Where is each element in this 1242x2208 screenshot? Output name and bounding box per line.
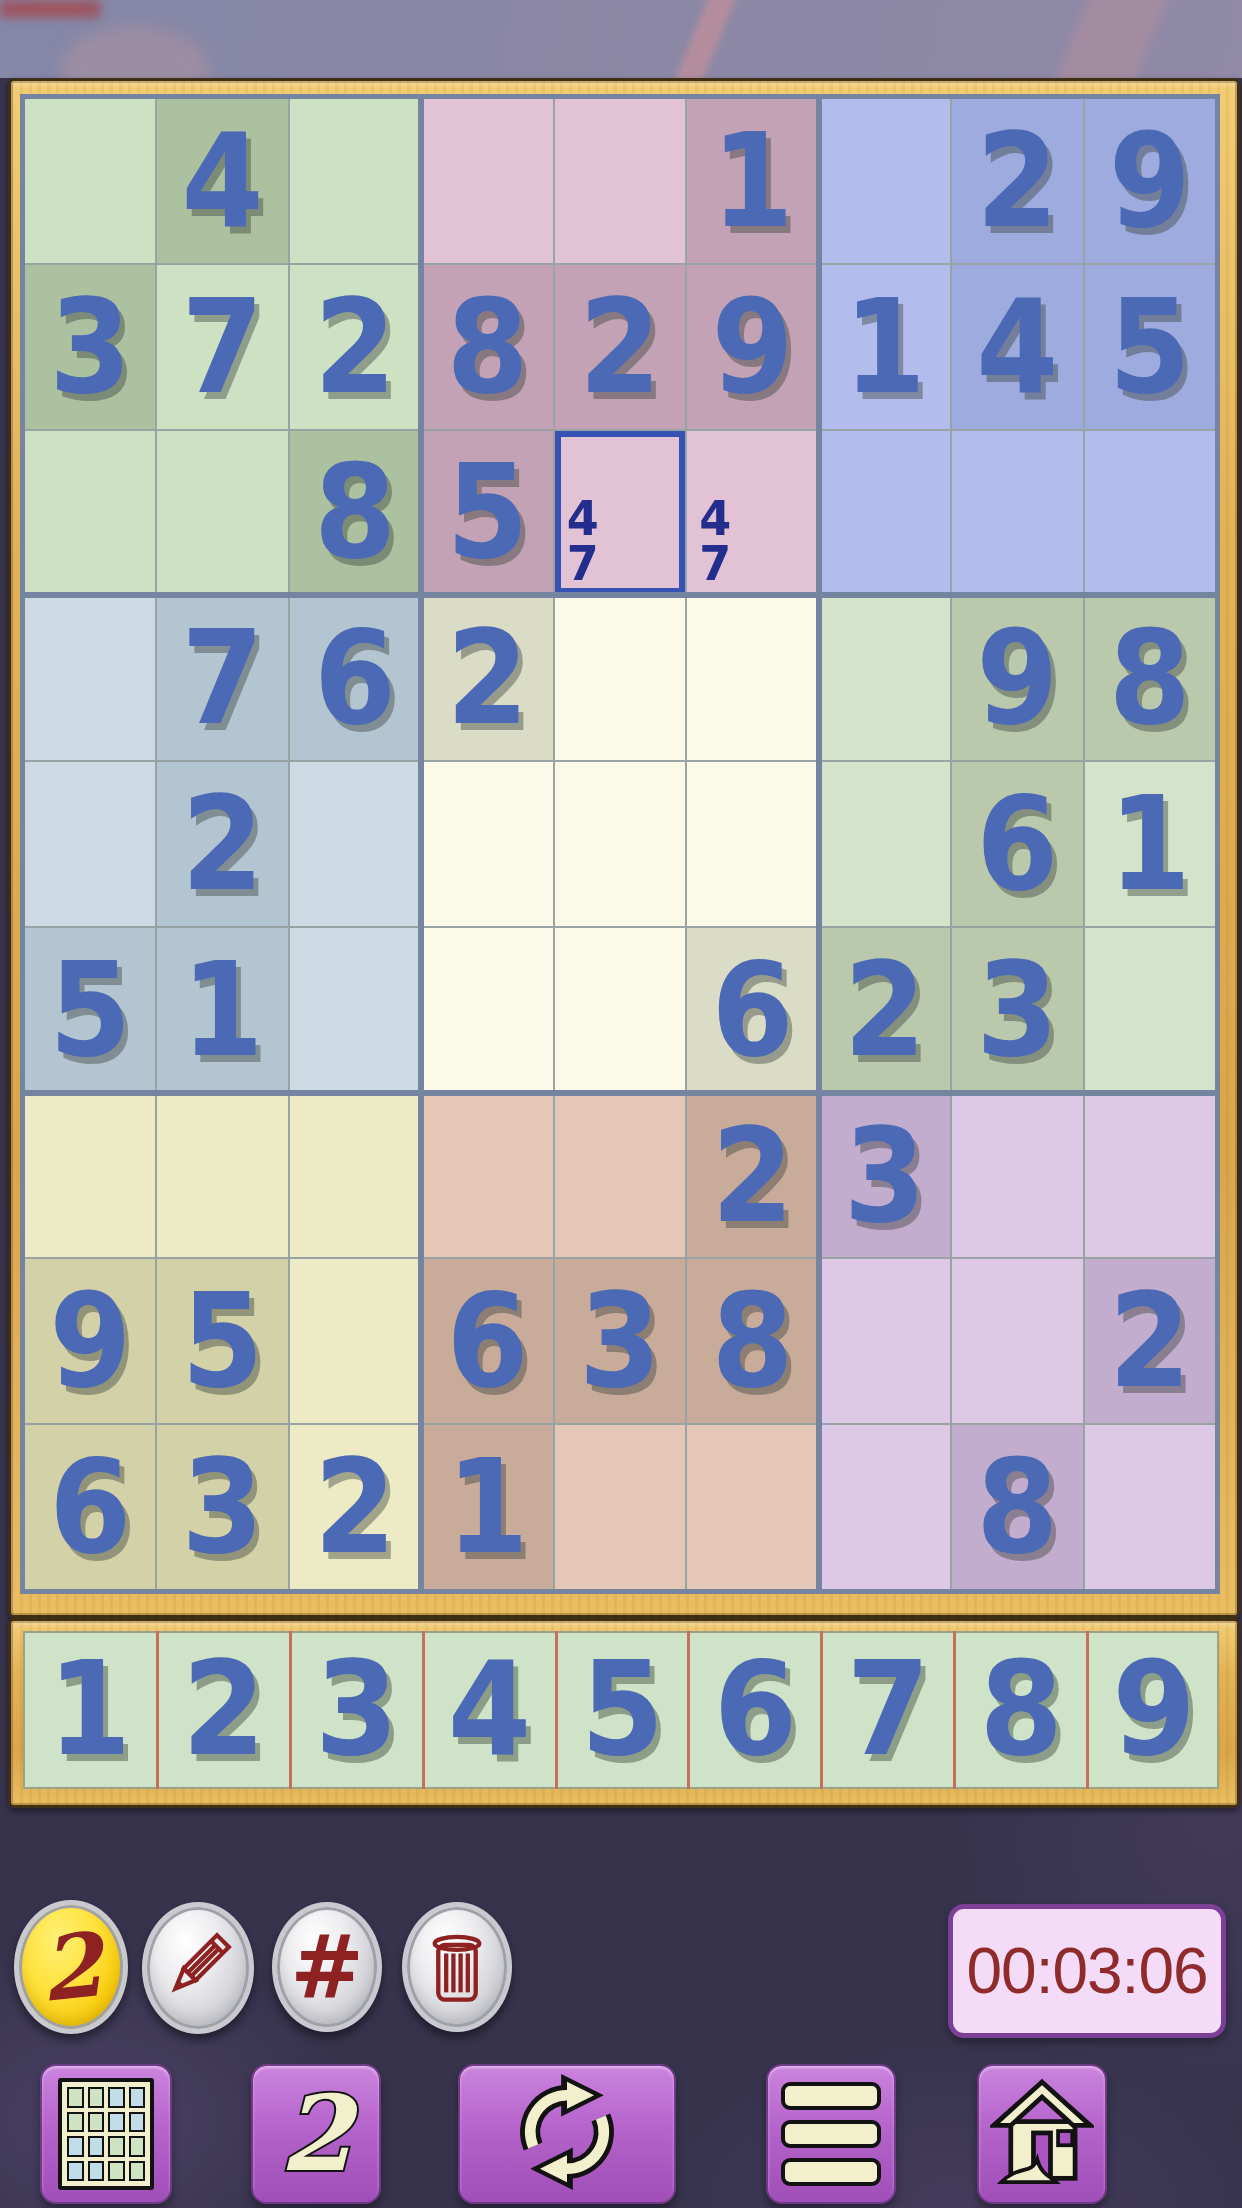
cell-r7c4[interactable] [422,1094,552,1258]
pencil-marks: 47 [567,496,599,586]
background-shape [659,0,747,78]
cell-r2c1[interactable]: 3 [25,265,155,429]
box-divider [20,1090,1220,1096]
sudoku-grid: 4129372829145854747762982615162323956382… [20,94,1220,1594]
cell-r3c6[interactable]: 47 [687,431,817,595]
cell-r5c7[interactable] [820,762,950,926]
cell-r3c2[interactable] [157,431,287,595]
number-key-5[interactable]: 5 [555,1631,688,1789]
board-select-button[interactable] [40,2064,172,2204]
cell-r2c5[interactable]: 2 [555,265,685,429]
cell-r1c8[interactable]: 2 [952,99,1082,263]
cell-r3c9[interactable] [1085,431,1215,595]
cell-r8c6[interactable]: 8 [687,1259,817,1423]
cell-r4c4[interactable]: 2 [422,596,552,760]
cell-r5c8[interactable]: 6 [952,762,1082,926]
number-key-9[interactable]: 9 [1086,1631,1219,1789]
cell-r5c5[interactable] [555,762,685,926]
board-wood-frame: 4129372829145854747762982615162323956382… [8,78,1240,1618]
box-divider [20,592,1220,598]
cell-r1c9[interactable]: 9 [1085,99,1215,263]
number-key-2[interactable]: 2 [156,1631,289,1789]
cell-r6c5[interactable] [555,928,685,1092]
remaining-count-button[interactable]: 2 [14,1900,128,2034]
cell-r7c6[interactable]: 2 [687,1094,817,1258]
cell-r8c8[interactable] [952,1259,1082,1423]
cell-r8c9[interactable]: 2 [1085,1259,1215,1423]
cell-r8c1[interactable]: 9 [25,1259,155,1423]
cell-r3c7[interactable] [820,431,950,595]
cell-r9c7[interactable] [820,1425,950,1589]
cell-r9c2[interactable]: 3 [157,1425,287,1589]
menu-button[interactable] [766,2064,896,2204]
cell-r8c4[interactable]: 6 [422,1259,552,1423]
cell-r8c5[interactable]: 3 [555,1259,685,1423]
timer-value: 00:03:06 [966,1934,1207,2008]
menu-icon [768,2077,894,2191]
cell-r5c1[interactable] [25,762,155,926]
cell-r1c4[interactable] [422,99,552,263]
cell-r7c3[interactable] [290,1094,420,1258]
box-divider [816,94,822,1594]
cell-r9c4[interactable]: 1 [422,1425,552,1589]
number-mode-button[interactable]: 2 [251,2064,381,2204]
number-key-8[interactable]: 8 [953,1631,1086,1789]
cell-r2c7[interactable]: 1 [820,265,950,429]
home-button[interactable] [977,2064,1107,2204]
cell-r2c3[interactable]: 2 [290,265,420,429]
cell-r2c2[interactable]: 7 [157,265,287,429]
grid-icon [58,2078,154,2190]
timer: 00:03:06 [948,1904,1226,2038]
background-shape [1039,0,1175,78]
cell-r6c1[interactable]: 5 [25,928,155,1092]
cell-r7c5[interactable] [555,1094,685,1258]
background-shape [0,0,100,18]
cell-r2c8[interactable]: 4 [952,265,1082,429]
cell-r4c5[interactable] [555,596,685,760]
cell-r8c2[interactable]: 5 [157,1259,287,1423]
cell-r4c3[interactable]: 6 [290,596,420,760]
cell-r7c2[interactable] [157,1094,287,1258]
cell-r9c9[interactable] [1085,1425,1215,1589]
cell-r9c1[interactable]: 6 [25,1425,155,1589]
cell-r5c2[interactable]: 2 [157,762,287,926]
cell-r6c9[interactable] [1085,928,1215,1092]
cell-r6c7[interactable]: 2 [820,928,950,1092]
cell-r6c4[interactable] [422,928,552,1092]
cell-r7c9[interactable] [1085,1094,1215,1258]
cell-r9c3[interactable]: 2 [290,1425,420,1589]
cell-r1c7[interactable] [820,99,950,263]
cell-r1c2[interactable]: 4 [157,99,287,263]
pencil-marks-button[interactable]: # [272,1902,382,2032]
cell-r8c7[interactable] [820,1259,950,1423]
cell-r9c5[interactable] [555,1425,685,1589]
board-grid-wrap: 4129372829145854747762982615162323956382… [20,94,1220,1594]
cell-r4c1[interactable] [25,596,155,760]
box-divider [418,94,424,1594]
erase-button[interactable] [402,1902,512,2032]
cell-r4c8[interactable]: 9 [952,596,1082,760]
cell-r6c6[interactable]: 6 [687,928,817,1092]
number-key-1[interactable]: 1 [23,1631,156,1789]
number-bar-wood-frame: 123456789 [8,1618,1240,1808]
cell-r1c5[interactable] [555,99,685,263]
cell-r3c4[interactable]: 5 [422,431,552,595]
cell-r8c3[interactable] [290,1259,420,1423]
number-key-3[interactable]: 3 [289,1631,422,1789]
cell-r5c6[interactable] [687,762,817,926]
cell-r2c9[interactable]: 5 [1085,265,1215,429]
trash-icon [421,1922,493,2012]
cell-r3c1[interactable] [25,431,155,595]
remaining-count-label: 2 [36,1920,106,2014]
background-artwork [0,0,1242,78]
cell-r4c7[interactable] [820,596,950,760]
cell-r1c1[interactable] [25,99,155,263]
sudoku-app-screen: 4129372829145854747762982615162323956382… [0,0,1242,2208]
cell-r1c3[interactable] [290,99,420,263]
restart-button[interactable] [458,2064,676,2204]
pencil-mode-button[interactable] [142,1902,254,2034]
cell-r5c3[interactable] [290,762,420,926]
cell-r4c2[interactable]: 7 [157,596,287,760]
cell-r2c4[interactable]: 8 [422,265,552,429]
pencil-marks: 47 [699,496,731,586]
cell-r3c8[interactable] [952,431,1082,595]
number-key-4[interactable]: 4 [422,1631,555,1789]
cell-r2c6[interactable]: 9 [687,265,817,429]
cell-r7c8[interactable] [952,1094,1082,1258]
cell-r5c9[interactable]: 1 [1085,762,1215,926]
hash-icon: # [290,1923,364,2011]
cell-r6c3[interactable] [290,928,420,1092]
cell-r4c9[interactable]: 8 [1085,596,1215,760]
cell-r4c6[interactable] [687,596,817,760]
cell-r3c3[interactable]: 8 [290,431,420,595]
home-icon [990,2077,1094,2191]
cell-r3c5[interactable]: 47 [555,431,685,595]
cell-r6c8[interactable]: 3 [952,928,1082,1092]
cell-r7c1[interactable] [25,1094,155,1258]
cell-r6c2[interactable]: 1 [157,928,287,1092]
number-key-7[interactable]: 7 [820,1631,953,1789]
cell-r1c6[interactable]: 1 [687,99,817,263]
number-mode-label: 2 [280,2082,352,2186]
refresh-icon [509,2074,625,2194]
number-key-6[interactable]: 6 [687,1631,820,1789]
cell-r5c4[interactable] [422,762,552,926]
pencil-icon [156,1924,240,2012]
cell-r9c8[interactable]: 8 [952,1425,1082,1589]
cell-r9c6[interactable] [687,1425,817,1589]
number-bar: 123456789 [23,1631,1219,1789]
cell-r7c7[interactable]: 3 [820,1094,950,1258]
background-shape [60,26,210,78]
